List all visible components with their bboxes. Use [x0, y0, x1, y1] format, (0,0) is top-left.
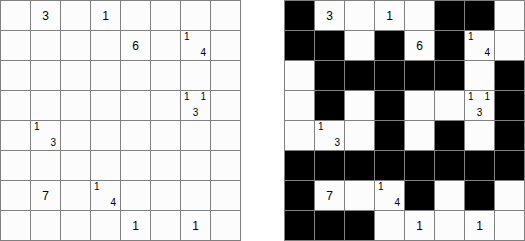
- solution-cell-r2c2: [345, 61, 374, 90]
- solution-cell-r1c6: 14: [465, 31, 494, 60]
- clue-value: 1: [405, 211, 434, 240]
- puzzle-cell-r3c3[interactable]: [91, 91, 120, 120]
- solution-cell-r0c1: 3: [315, 1, 344, 30]
- puzzle-cell-r6c0[interactable]: [1, 181, 30, 210]
- puzzle-cell-r5c6[interactable]: [181, 151, 210, 180]
- solution-cell-r5c4: [405, 151, 434, 180]
- solution-cell-r6c5: [435, 181, 464, 210]
- clue-value: 1: [184, 92, 190, 102]
- clue-value: 1: [34, 122, 40, 132]
- puzzle-cell-r3c0[interactable]: [1, 91, 30, 120]
- puzzle-cell-r6c3[interactable]: 14: [91, 181, 120, 210]
- solution-cell-r2c6: [465, 61, 494, 90]
- solution-cell-r6c1: 7: [315, 181, 344, 210]
- solution-cell-r2c5: [435, 61, 464, 90]
- puzzle-cell-r3c7[interactable]: [211, 91, 240, 120]
- solution-cell-r6c7: [495, 181, 524, 210]
- solution-cell-r6c3: 14: [375, 181, 404, 210]
- puzzle-cell-r4c4[interactable]: [121, 121, 150, 150]
- solution-cell-r3c4: [405, 91, 434, 120]
- solution-cell-r7c0: [285, 211, 314, 240]
- solution-cell-r1c7: [495, 31, 524, 60]
- clue-value: 4: [110, 198, 116, 208]
- puzzle-cell-r4c7[interactable]: [211, 121, 240, 150]
- solution-cell-r6c6: [465, 181, 494, 210]
- solution-cell-r1c3: [375, 31, 404, 60]
- clue-value: 1: [200, 92, 206, 102]
- solution-cell-r4c5: [435, 121, 464, 150]
- solution-cell-r3c7: [495, 91, 524, 120]
- clue-value: 1: [468, 32, 474, 42]
- puzzle-cell-r1c0[interactable]: [1, 31, 30, 60]
- clue-value: 1: [468, 92, 474, 102]
- solution-cell-r5c5: [435, 151, 464, 180]
- solution-cell-r0c2: [345, 1, 374, 30]
- puzzle-cell-r0c5[interactable]: [151, 1, 180, 30]
- clue-value: 4: [200, 48, 206, 58]
- puzzle-cell-r6c2[interactable]: [61, 181, 90, 210]
- clue-value: 3: [193, 108, 199, 118]
- puzzle-cell-r0c0[interactable]: [1, 1, 30, 30]
- tapa-puzzle-and-solution: 316141131371411 316141131371411: [0, 0, 525, 241]
- solution-cell-r7c7: [495, 211, 524, 240]
- solution-cell-r0c7: [495, 1, 524, 30]
- puzzle-cell-r2c5[interactable]: [151, 61, 180, 90]
- clue-value: 4: [484, 48, 490, 58]
- puzzle-cell-r1c4[interactable]: 6: [121, 31, 150, 60]
- puzzle-cell-r7c5[interactable]: [151, 211, 180, 240]
- clue-value: 3: [477, 108, 483, 118]
- solution-cell-r0c0: [285, 1, 314, 30]
- puzzle-cell-r2c4[interactable]: [121, 61, 150, 90]
- puzzle-cell-r5c0[interactable]: [1, 151, 30, 180]
- puzzle-cell-r0c1[interactable]: 3: [31, 1, 60, 30]
- solution-cell-r3c1: [315, 91, 344, 120]
- solution-cell-r3c2: [345, 91, 374, 120]
- solution-cell-r6c4: [405, 181, 434, 210]
- solution-cell-r1c0: [285, 31, 314, 60]
- puzzle-cell-r5c5[interactable]: [151, 151, 180, 180]
- solution-cell-r1c4: 6: [405, 31, 434, 60]
- clue-value: 1: [94, 182, 100, 192]
- solution-cell-r4c4: [405, 121, 434, 150]
- puzzle-cell-r6c5[interactable]: [151, 181, 180, 210]
- puzzle-cell-r7c2[interactable]: [61, 211, 90, 240]
- puzzle-cell-r7c3[interactable]: [91, 211, 120, 240]
- puzzle-cell-r4c0[interactable]: [1, 121, 30, 150]
- puzzle-cell-r3c1[interactable]: [31, 91, 60, 120]
- puzzle-cell-r7c6[interactable]: 1: [181, 211, 210, 240]
- puzzle-cell-r2c1[interactable]: [31, 61, 60, 90]
- solution-cell-r7c6: 1: [465, 211, 494, 240]
- solution-board: 316141131371411: [284, 0, 525, 241]
- clue-value: 3: [334, 138, 340, 148]
- solution-cell-r7c5: [435, 211, 464, 240]
- solution-cell-r4c2: [345, 121, 374, 150]
- puzzle-cell-r5c2[interactable]: [61, 151, 90, 180]
- solution-cell-r2c3: [375, 61, 404, 90]
- puzzle-cell-r3c5[interactable]: [151, 91, 180, 120]
- solution-cell-r5c1: [315, 151, 344, 180]
- clue-value: 1: [484, 92, 490, 102]
- puzzle-cell-r7c7[interactable]: [211, 211, 240, 240]
- solution-cell-r4c0: [285, 121, 314, 150]
- solution-cell-r0c5: [435, 1, 464, 30]
- clue-value: 1: [465, 211, 494, 240]
- solution-cell-r4c7: [495, 121, 524, 150]
- clue-value: 7: [31, 181, 60, 210]
- clue-value: 1: [375, 1, 404, 30]
- puzzle-cell-r2c7[interactable]: [211, 61, 240, 90]
- puzzle-cell-r7c1[interactable]: [31, 211, 60, 240]
- puzzle-cell-r0c4[interactable]: [121, 1, 150, 30]
- puzzle-cell-r2c3[interactable]: [91, 61, 120, 90]
- solution-cell-r5c0: [285, 151, 314, 180]
- puzzle-board: 316141131371411: [0, 0, 241, 241]
- puzzle-cell-r1c6[interactable]: 14: [181, 31, 210, 60]
- clue-value: 3: [315, 1, 344, 30]
- puzzle-cell-r3c4[interactable]: [121, 91, 150, 120]
- puzzle-cell-r7c4[interactable]: 1: [121, 211, 150, 240]
- solution-cell-r1c2: [345, 31, 374, 60]
- clue-value: 4: [394, 198, 400, 208]
- puzzle-cell-r4c5[interactable]: [151, 121, 180, 150]
- puzzle-cell-r1c3[interactable]: [91, 31, 120, 60]
- solution-cell-r2c7: [495, 61, 524, 90]
- puzzle-cell-r6c7[interactable]: [211, 181, 240, 210]
- clue-value: 7: [315, 181, 344, 210]
- puzzle-cell-r2c6[interactable]: [181, 61, 210, 90]
- solution-cell-r1c1: [315, 31, 344, 60]
- puzzle-cell-r3c2[interactable]: [61, 91, 90, 120]
- solution-cell-r2c4: [405, 61, 434, 90]
- puzzle-cell-r6c4[interactable]: [121, 181, 150, 210]
- clue-value: 6: [121, 31, 150, 60]
- solution-cell-r7c2: [345, 211, 374, 240]
- puzzle-cell-r6c1[interactable]: 7: [31, 181, 60, 210]
- solution-cell-r1c5: [435, 31, 464, 60]
- puzzle-cell-r4c6[interactable]: [181, 121, 210, 150]
- puzzle-cell-r5c7[interactable]: [211, 151, 240, 180]
- puzzle-cell-r4c1[interactable]: 13: [31, 121, 60, 150]
- solution-cell-r0c6: [465, 1, 494, 30]
- puzzle-cell-r5c1[interactable]: [31, 151, 60, 180]
- clue-value: 1: [181, 211, 210, 240]
- puzzle-cell-r1c2[interactable]: [61, 31, 90, 60]
- puzzle-cell-r0c3[interactable]: 1: [91, 1, 120, 30]
- clue-value: 3: [50, 138, 56, 148]
- puzzle-cell-r0c6[interactable]: [181, 1, 210, 30]
- puzzle-cell-r2c0[interactable]: [1, 61, 30, 90]
- solution-cell-r0c4: [405, 1, 434, 30]
- solution-cell-r5c3: [375, 151, 404, 180]
- solution-cell-r5c7: [495, 151, 524, 180]
- puzzle-cell-r2c2[interactable]: [61, 61, 90, 90]
- clue-value: 3: [31, 1, 60, 30]
- puzzle-cell-r0c7[interactable]: [211, 1, 240, 30]
- puzzle-cell-r1c1[interactable]: [31, 31, 60, 60]
- clue-value: 6: [405, 31, 434, 60]
- puzzle-cell-r4c3[interactable]: [91, 121, 120, 150]
- puzzle-cell-r1c7[interactable]: [211, 31, 240, 60]
- puzzle-cell-r6c6[interactable]: [181, 181, 210, 210]
- puzzle-cell-r1c5[interactable]: [151, 31, 180, 60]
- solution-cell-r3c0: [285, 91, 314, 120]
- solution-cell-r2c1: [315, 61, 344, 90]
- solution-cell-r4c3: [375, 121, 404, 150]
- clue-value: 1: [121, 211, 150, 240]
- puzzle-cell-r5c4[interactable]: [121, 151, 150, 180]
- solution-cell-r4c6: [465, 121, 494, 150]
- solution-cell-r3c5: [435, 91, 464, 120]
- solution-cell-r3c3: [375, 91, 404, 120]
- solution-cell-r7c1: [315, 211, 344, 240]
- solution-cell-r7c3: [375, 211, 404, 240]
- solution-cell-r3c6: 113: [465, 91, 494, 120]
- solution-cell-r4c1: 13: [315, 121, 344, 150]
- clue-value: 1: [184, 32, 190, 42]
- solution-cell-r5c2: [345, 151, 374, 180]
- solution-cell-r6c0: [285, 181, 314, 210]
- puzzle-cell-r4c2[interactable]: [61, 121, 90, 150]
- puzzle-cell-r7c0[interactable]: [1, 211, 30, 240]
- solution-cell-r0c3: 1: [375, 1, 404, 30]
- puzzle-cell-r0c2[interactable]: [61, 1, 90, 30]
- solution-cell-r7c4: 1: [405, 211, 434, 240]
- solution-cell-r2c0: [285, 61, 314, 90]
- solution-cell-r6c2: [345, 181, 374, 210]
- puzzle-cell-r3c6[interactable]: 113: [181, 91, 210, 120]
- clue-value: 1: [378, 182, 384, 192]
- clue-value: 1: [318, 122, 324, 132]
- puzzle-cell-r5c3[interactable]: [91, 151, 120, 180]
- solution-cell-r5c6: [465, 151, 494, 180]
- clue-value: 1: [91, 1, 120, 30]
